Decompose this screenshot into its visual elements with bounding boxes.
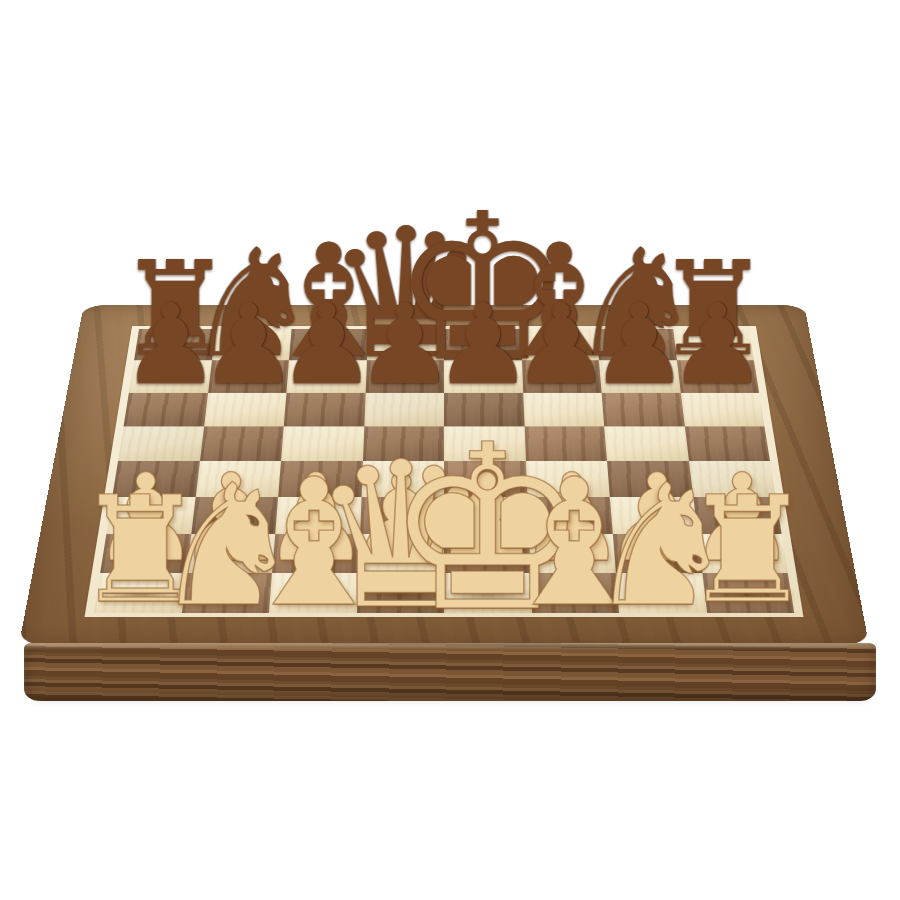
pieces-layer: ♜♞♝♛♚♝♞♜♟♟♟♟♟♟♟♟♟♟♟♟♟♟♟♟♜♞♝♛♚♝♞♜ bbox=[0, 0, 900, 900]
product-photo-scene: ♜♞♝♛♚♝♞♜♟♟♟♟♟♟♟♟♟♟♟♟♟♟♟♟♜♞♝♛♚♝♞♜ bbox=[0, 0, 900, 900]
piece-light-rook-h1[interactable]: ♜ bbox=[682, 478, 814, 625]
piece-dark-pawn-h7[interactable]: ♟ bbox=[668, 290, 768, 401]
